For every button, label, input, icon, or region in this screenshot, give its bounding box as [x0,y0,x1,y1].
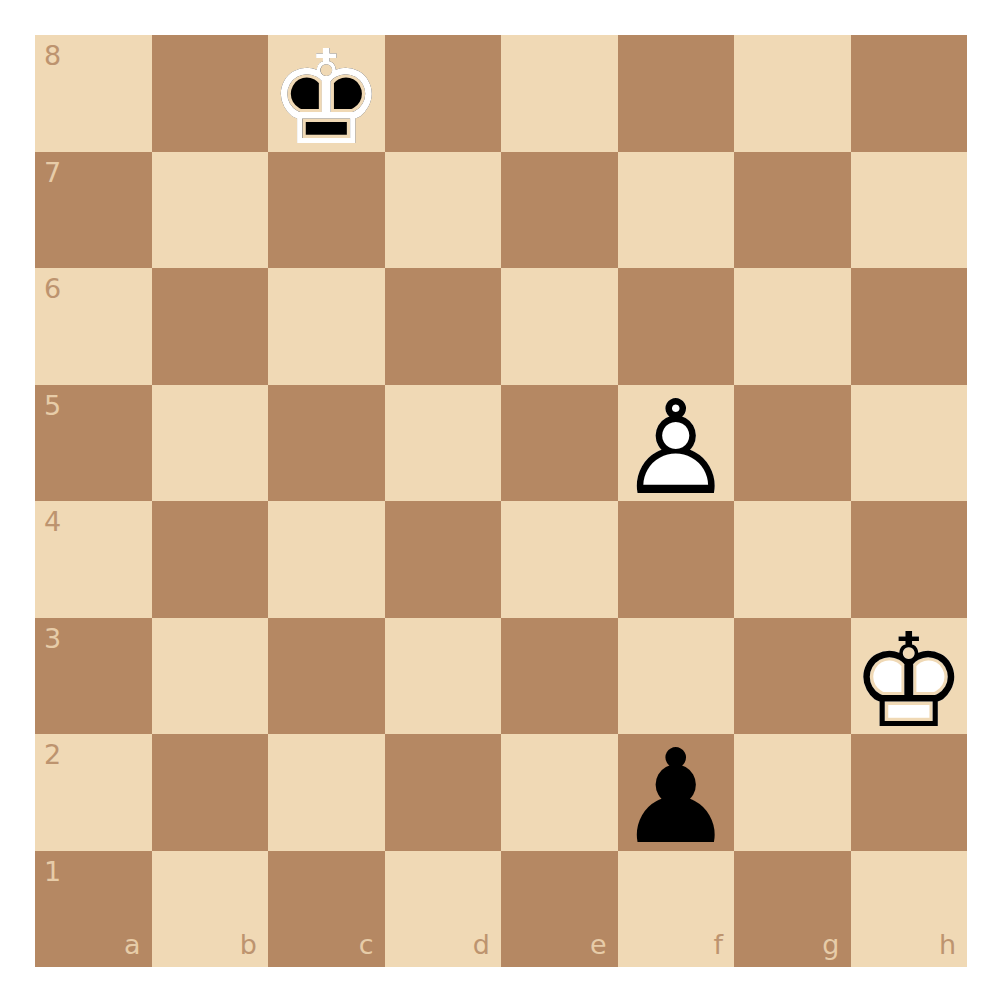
square-d5[interactable] [385,385,502,502]
white-king-icon: ♚ [851,616,968,746]
page-background: 8♚♔765♟♙43♚♔2♟1abcdefgh [0,0,997,1007]
square-b8[interactable] [152,35,269,152]
square-d7[interactable] [385,152,502,269]
square-g3[interactable] [734,618,851,735]
file-label-c: c [359,931,374,958]
square-f5[interactable]: ♟♙ [618,385,735,502]
square-h8[interactable] [851,35,968,152]
square-d6[interactable] [385,268,502,385]
rank-label-7: 7 [44,159,61,186]
piece-black-king-c8[interactable]: ♚♔ [268,35,385,152]
square-c5[interactable] [268,385,385,502]
square-g2[interactable] [734,734,851,851]
square-b5[interactable] [152,385,269,502]
square-h6[interactable] [851,268,968,385]
square-c4[interactable] [268,501,385,618]
square-b1[interactable]: b [152,851,269,968]
rank-label-5: 5 [44,392,61,419]
square-b6[interactable] [152,268,269,385]
piece-black-pawn-f2[interactable]: ♟ [618,734,735,851]
square-e6[interactable] [501,268,618,385]
square-d3[interactable] [385,618,502,735]
file-label-f: f [713,931,723,958]
square-c8[interactable]: ♚♔ [268,35,385,152]
square-h1[interactable]: h [851,851,968,968]
white-king-outline-icon: ♔ [851,616,968,746]
square-e1[interactable]: e [501,851,618,968]
square-h2[interactable] [851,734,968,851]
rank-label-3: 3 [44,625,61,652]
square-b4[interactable] [152,501,269,618]
square-c6[interactable] [268,268,385,385]
square-e4[interactable] [501,501,618,618]
square-d1[interactable]: d [385,851,502,968]
square-h7[interactable] [851,152,968,269]
square-c1[interactable]: c [268,851,385,968]
square-d2[interactable] [385,734,502,851]
rank-label-6: 6 [44,275,61,302]
rank-label-8: 8 [44,42,61,69]
square-e3[interactable] [501,618,618,735]
black-king-outline-icon: ♔ [268,33,385,163]
square-e8[interactable] [501,35,618,152]
square-d8[interactable] [385,35,502,152]
square-f6[interactable] [618,268,735,385]
square-g6[interactable] [734,268,851,385]
chess-board: 8♚♔765♟♙43♚♔2♟1abcdefgh [35,35,967,967]
square-d4[interactable] [385,501,502,618]
white-pawn-outline-icon: ♙ [618,383,735,513]
square-c2[interactable] [268,734,385,851]
piece-white-pawn-f5[interactable]: ♟♙ [618,385,735,502]
square-a5[interactable]: 5 [35,385,152,502]
square-e2[interactable] [501,734,618,851]
square-b2[interactable] [152,734,269,851]
square-a8[interactable]: 8 [35,35,152,152]
rank-label-1: 1 [44,858,61,885]
square-g7[interactable] [734,152,851,269]
white-pawn-icon: ♟ [618,383,735,513]
square-c3[interactable] [268,618,385,735]
square-e7[interactable] [501,152,618,269]
file-label-b: b [240,931,257,958]
file-label-g: g [822,931,839,958]
file-label-d: d [473,931,490,958]
square-c7[interactable] [268,152,385,269]
square-h3[interactable]: ♚♔ [851,618,968,735]
square-f2[interactable]: ♟ [618,734,735,851]
square-g1[interactable]: g [734,851,851,968]
square-h4[interactable] [851,501,968,618]
rank-label-2: 2 [44,741,61,768]
square-b3[interactable] [152,618,269,735]
square-a4[interactable]: 4 [35,501,152,618]
black-pawn-icon: ♟ [618,732,735,862]
file-label-e: e [590,931,607,958]
square-f8[interactable] [618,35,735,152]
rank-label-4: 4 [44,508,61,535]
square-g8[interactable] [734,35,851,152]
square-e5[interactable] [501,385,618,502]
piece-white-king-h3[interactable]: ♚♔ [851,618,968,735]
black-king-icon: ♚ [268,33,385,163]
square-b7[interactable] [152,152,269,269]
square-a6[interactable]: 6 [35,268,152,385]
square-h5[interactable] [851,385,968,502]
square-a7[interactable]: 7 [35,152,152,269]
square-a2[interactable]: 2 [35,734,152,851]
file-label-a: a [124,931,141,958]
file-label-h: h [939,931,956,958]
square-g4[interactable] [734,501,851,618]
square-a1[interactable]: 1a [35,851,152,968]
square-a3[interactable]: 3 [35,618,152,735]
square-g5[interactable] [734,385,851,502]
square-f1[interactable]: f [618,851,735,968]
square-f7[interactable] [618,152,735,269]
square-f4[interactable] [618,501,735,618]
square-f3[interactable] [618,618,735,735]
